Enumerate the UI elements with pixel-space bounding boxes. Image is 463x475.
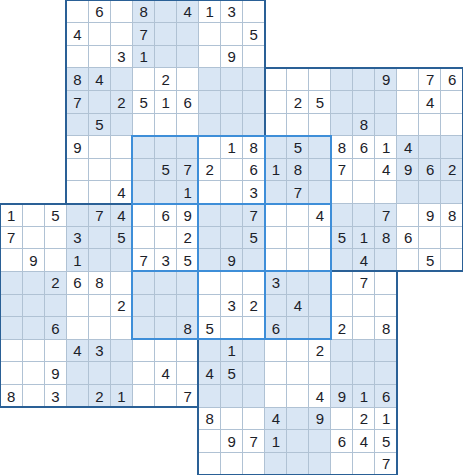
cell-r8-c11[interactable]: 3 (243, 181, 266, 204)
cell-r11-c0[interactable] (0, 249, 23, 272)
cell-r10-c0[interactable]: 7 (0, 226, 23, 249)
cell-r13-c5[interactable]: 2 (110, 294, 133, 317)
cell-r8-c6[interactable] (132, 181, 155, 204)
cell-r7-c8[interactable]: 7 (176, 158, 199, 181)
cell-r1-c11[interactable]: 5 (243, 23, 266, 46)
cell-r2-c4[interactable] (88, 45, 111, 68)
cell-r5-c17[interactable] (375, 113, 398, 136)
cell-r4-c14[interactable]: 5 (309, 90, 332, 113)
cell-r13-c1[interactable] (22, 294, 45, 317)
cell-r6-c16[interactable]: 6 (353, 136, 376, 159)
cell-r20-c12[interactable] (265, 452, 288, 475)
cell-r20-c9[interactable] (198, 452, 221, 475)
cell-r11-c10[interactable]: 9 (220, 249, 243, 272)
cell-r10-c13[interactable] (287, 226, 310, 249)
cell-r11-c11[interactable] (243, 249, 266, 272)
cell-r6-c3[interactable]: 9 (66, 136, 89, 159)
cell-r14-c13[interactable] (287, 317, 310, 340)
cell-r5-c15[interactable] (331, 113, 354, 136)
cell-r9-c3[interactable] (66, 204, 89, 227)
cell-r2-c11[interactable] (243, 45, 266, 68)
cell-r15-c7[interactable] (154, 339, 177, 362)
cell-r16-c4[interactable] (88, 362, 111, 385)
cell-r8-c5[interactable]: 4 (110, 181, 133, 204)
cell-r10-c7[interactable] (154, 226, 177, 249)
cell-r6-c20[interactable] (441, 136, 463, 159)
cell-r14-c7[interactable] (154, 317, 177, 340)
cell-r11-c14[interactable] (309, 249, 332, 272)
cell-r16-c16[interactable] (353, 362, 376, 385)
cell-r16-c12[interactable] (265, 362, 288, 385)
cell-r10-c9[interactable] (198, 226, 221, 249)
cell-r9-c11[interactable]: 7 (243, 204, 266, 227)
cell-r14-c15[interactable]: 2 (331, 317, 354, 340)
cell-r12-c16[interactable]: 7 (353, 271, 376, 294)
cell-r2-c8[interactable] (176, 45, 199, 68)
cell-r6-c18[interactable]: 4 (397, 136, 420, 159)
cell-r9-c13[interactable] (287, 204, 310, 227)
cell-r4-c16[interactable] (353, 90, 376, 113)
cell-r13-c16[interactable] (353, 294, 376, 317)
cell-r7-c14[interactable] (309, 158, 332, 181)
cell-r1-c7[interactable] (154, 23, 177, 46)
cell-r1-c5[interactable] (110, 23, 133, 46)
cell-r9-c7[interactable]: 6 (154, 204, 177, 227)
cell-r1-c4[interactable] (88, 23, 111, 46)
cell-r4-c11[interactable] (243, 90, 266, 113)
cell-r12-c7[interactable] (154, 271, 177, 294)
cell-r20-c15[interactable] (331, 452, 354, 475)
cell-r9-c8[interactable]: 9 (176, 204, 199, 227)
cell-r13-c3[interactable] (66, 294, 89, 317)
cell-r8-c9[interactable] (198, 181, 221, 204)
cell-r12-c2[interactable]: 2 (44, 271, 67, 294)
cell-r12-c6[interactable] (132, 271, 155, 294)
cell-r14-c0[interactable] (0, 317, 23, 340)
cell-r9-c17[interactable]: 7 (375, 204, 398, 227)
cell-r11-c4[interactable] (88, 249, 111, 272)
cell-r17-c11[interactable] (243, 385, 266, 408)
cell-r8-c17[interactable] (375, 181, 398, 204)
cell-r7-c7[interactable]: 5 (154, 158, 177, 181)
cell-r17-c6[interactable] (132, 385, 155, 408)
cell-r4-c4[interactable] (88, 90, 111, 113)
cell-r5-c8[interactable] (176, 113, 199, 136)
cell-r13-c12[interactable] (265, 294, 288, 317)
cell-r11-c2[interactable] (44, 249, 67, 272)
cell-r19-c17[interactable]: 5 (375, 430, 398, 453)
cell-r3-c15[interactable] (331, 68, 354, 91)
cell-r11-c20[interactable] (441, 249, 463, 272)
cell-r17-c7[interactable] (154, 385, 177, 408)
cell-r15-c8[interactable] (176, 339, 199, 362)
cell-r9-c10[interactable] (220, 204, 243, 227)
cell-r18-c16[interactable]: 2 (353, 407, 376, 430)
cell-r7-c10[interactable] (220, 158, 243, 181)
cell-r12-c10[interactable] (220, 271, 243, 294)
cell-r5-c14[interactable] (309, 113, 332, 136)
cell-r17-c2[interactable]: 3 (44, 385, 67, 408)
cell-r9-c2[interactable]: 5 (44, 204, 67, 227)
cell-r0-c11[interactable] (243, 0, 266, 23)
cell-r1-c8[interactable] (176, 23, 199, 46)
cell-r17-c3[interactable] (66, 385, 89, 408)
cell-r16-c6[interactable] (132, 362, 155, 385)
cell-r7-c17[interactable]: 4 (375, 158, 398, 181)
cell-r10-c17[interactable]: 8 (375, 226, 398, 249)
cell-r20-c11[interactable] (243, 452, 266, 475)
cell-r8-c16[interactable] (353, 181, 376, 204)
cell-r13-c0[interactable] (0, 294, 23, 317)
cell-r12-c15[interactable] (331, 271, 354, 294)
cell-r5-c6[interactable] (132, 113, 155, 136)
cell-r9-c9[interactable] (198, 204, 221, 227)
cell-r3-c7[interactable]: 2 (154, 68, 177, 91)
cell-r0-c9[interactable]: 1 (198, 0, 221, 23)
cell-r12-c17[interactable] (375, 271, 398, 294)
cell-r14-c1[interactable] (22, 317, 45, 340)
cell-r15-c13[interactable] (287, 339, 310, 362)
cell-r1-c10[interactable] (220, 23, 243, 46)
cell-r10-c2[interactable] (44, 226, 67, 249)
cell-r18-c11[interactable] (243, 407, 266, 430)
cell-r1-c6[interactable]: 7 (132, 23, 155, 46)
cell-r7-c9[interactable]: 2 (198, 158, 221, 181)
cell-r5-c18[interactable] (397, 113, 420, 136)
cell-r17-c0[interactable]: 8 (0, 385, 23, 408)
cell-r3-c19[interactable]: 7 (419, 68, 442, 91)
cell-r15-c12[interactable] (265, 339, 288, 362)
cell-r7-c6[interactable] (132, 158, 155, 181)
cell-r15-c17[interactable] (375, 339, 398, 362)
cell-r15-c4[interactable]: 3 (88, 339, 111, 362)
cell-r10-c11[interactable]: 5 (243, 226, 266, 249)
cell-r16-c3[interactable] (66, 362, 89, 385)
cell-r19-c16[interactable]: 4 (353, 430, 376, 453)
cell-r13-c11[interactable]: 2 (243, 294, 266, 317)
cell-r18-c13[interactable] (287, 407, 310, 430)
cell-r8-c20[interactable] (441, 181, 463, 204)
cell-r3-c8[interactable] (176, 68, 199, 91)
cell-r15-c15[interactable] (331, 339, 354, 362)
cell-r15-c14[interactable]: 2 (309, 339, 332, 362)
cell-r10-c3[interactable]: 3 (66, 226, 89, 249)
cell-r13-c15[interactable] (331, 294, 354, 317)
cell-r13-c8[interactable] (176, 294, 199, 317)
cell-r16-c15[interactable] (331, 362, 354, 385)
cell-r14-c11[interactable] (243, 317, 266, 340)
cell-r16-c1[interactable] (22, 362, 45, 385)
cell-r16-c10[interactable]: 5 (220, 362, 243, 385)
cell-r19-c10[interactable]: 9 (220, 430, 243, 453)
cell-r4-c12[interactable] (265, 90, 288, 113)
cell-r18-c9[interactable]: 8 (198, 407, 221, 430)
cell-r6-c5[interactable] (110, 136, 133, 159)
cell-r4-c10[interactable] (220, 90, 243, 113)
cell-r9-c19[interactable]: 9 (419, 204, 442, 227)
cell-r17-c1[interactable] (22, 385, 45, 408)
cell-r5-c12[interactable] (265, 113, 288, 136)
cell-r6-c13[interactable]: 5 (287, 136, 310, 159)
cell-r20-c10[interactable] (220, 452, 243, 475)
cell-r6-c14[interactable] (309, 136, 332, 159)
cell-r12-c13[interactable] (287, 271, 310, 294)
cell-r11-c19[interactable]: 5 (419, 249, 442, 272)
cell-r6-c15[interactable]: 8 (331, 136, 354, 159)
cell-r7-c13[interactable]: 8 (287, 158, 310, 181)
cell-r1-c9[interactable] (198, 23, 221, 46)
cell-r10-c1[interactable] (22, 226, 45, 249)
cell-r6-c19[interactable] (419, 136, 442, 159)
cell-r16-c13[interactable] (287, 362, 310, 385)
cell-r20-c16[interactable] (353, 452, 376, 475)
cell-r4-c3[interactable]: 7 (66, 90, 89, 113)
cell-r12-c0[interactable] (0, 271, 23, 294)
cell-r17-c4[interactable]: 2 (88, 385, 111, 408)
cell-r3-c10[interactable] (220, 68, 243, 91)
cell-r4-c15[interactable] (331, 90, 354, 113)
cell-r9-c14[interactable]: 4 (309, 204, 332, 227)
cell-r3-c20[interactable]: 6 (441, 68, 463, 91)
cell-r11-c9[interactable] (198, 249, 221, 272)
cell-r0-c4[interactable]: 6 (88, 0, 111, 23)
cell-r11-c15[interactable] (331, 249, 354, 272)
cell-r13-c6[interactable] (132, 294, 155, 317)
cell-r12-c5[interactable] (110, 271, 133, 294)
cell-r8-c19[interactable] (419, 181, 442, 204)
cell-r6-c8[interactable] (176, 136, 199, 159)
cell-r15-c5[interactable] (110, 339, 133, 362)
cell-r10-c15[interactable]: 5 (331, 226, 354, 249)
cell-r3-c17[interactable]: 9 (375, 68, 398, 91)
cell-r9-c20[interactable]: 8 (441, 204, 463, 227)
cell-r11-c18[interactable] (397, 249, 420, 272)
cell-r14-c14[interactable] (309, 317, 332, 340)
cell-r10-c8[interactable]: 2 (176, 226, 199, 249)
cell-r3-c5[interactable] (110, 68, 133, 91)
cell-r19-c9[interactable] (198, 430, 221, 453)
cell-r3-c11[interactable] (243, 68, 266, 91)
cell-r12-c9[interactable] (198, 271, 221, 294)
cell-r7-c5[interactable] (110, 158, 133, 181)
cell-r14-c8[interactable]: 8 (176, 317, 199, 340)
cell-r2-c6[interactable]: 1 (132, 45, 155, 68)
cell-r17-c10[interactable] (220, 385, 243, 408)
cell-r5-c9[interactable] (198, 113, 221, 136)
cell-r10-c5[interactable]: 5 (110, 226, 133, 249)
cell-r10-c14[interactable] (309, 226, 332, 249)
cell-r17-c8[interactable]: 7 (176, 385, 199, 408)
cell-r18-c14[interactable]: 9 (309, 407, 332, 430)
cell-r10-c19[interactable] (419, 226, 442, 249)
cell-r19-c12[interactable]: 1 (265, 430, 288, 453)
cell-r5-c13[interactable] (287, 113, 310, 136)
cell-r16-c0[interactable] (0, 362, 23, 385)
cell-r7-c12[interactable]: 1 (265, 158, 288, 181)
cell-r3-c13[interactable] (287, 68, 310, 91)
cell-r4-c6[interactable]: 5 (132, 90, 155, 113)
cell-r5-c10[interactable] (220, 113, 243, 136)
cell-r13-c17[interactable] (375, 294, 398, 317)
cell-r7-c18[interactable]: 9 (397, 158, 420, 181)
cell-r5-c7[interactable] (154, 113, 177, 136)
cell-r8-c13[interactable]: 7 (287, 181, 310, 204)
cell-r12-c4[interactable]: 8 (88, 271, 111, 294)
cell-r15-c3[interactable]: 4 (66, 339, 89, 362)
cell-r6-c12[interactable] (265, 136, 288, 159)
cell-r15-c16[interactable] (353, 339, 376, 362)
cell-r15-c2[interactable] (44, 339, 67, 362)
cell-r6-c4[interactable] (88, 136, 111, 159)
cell-r11-c1[interactable]: 9 (22, 249, 45, 272)
cell-r3-c3[interactable]: 8 (66, 68, 89, 91)
cell-r17-c14[interactable]: 4 (309, 385, 332, 408)
cell-r15-c0[interactable] (0, 339, 23, 362)
cell-r5-c4[interactable]: 5 (88, 113, 111, 136)
cell-r17-c9[interactable] (198, 385, 221, 408)
cell-r17-c13[interactable] (287, 385, 310, 408)
cell-r0-c3[interactable] (66, 0, 89, 23)
cell-r19-c13[interactable] (287, 430, 310, 453)
cell-r11-c16[interactable]: 4 (353, 249, 376, 272)
cell-r3-c9[interactable] (198, 68, 221, 91)
cell-r15-c10[interactable]: 1 (220, 339, 243, 362)
cell-r9-c12[interactable] (265, 204, 288, 227)
cell-r6-c7[interactable] (154, 136, 177, 159)
cell-r9-c0[interactable]: 1 (0, 204, 23, 227)
cell-r10-c16[interactable]: 1 (353, 226, 376, 249)
cell-r7-c19[interactable]: 6 (419, 158, 442, 181)
cell-r10-c18[interactable]: 6 (397, 226, 420, 249)
cell-r0-c8[interactable]: 4 (176, 0, 199, 23)
cell-r7-c16[interactable] (353, 158, 376, 181)
cell-r5-c20[interactable] (441, 113, 463, 136)
cell-r17-c17[interactable]: 6 (375, 385, 398, 408)
cell-r6-c10[interactable]: 1 (220, 136, 243, 159)
cell-r16-c5[interactable] (110, 362, 133, 385)
cell-r16-c14[interactable] (309, 362, 332, 385)
cell-r16-c8[interactable] (176, 362, 199, 385)
cell-r8-c18[interactable] (397, 181, 420, 204)
cell-r4-c13[interactable]: 2 (287, 90, 310, 113)
cell-r18-c10[interactable] (220, 407, 243, 430)
cell-r12-c14[interactable] (309, 271, 332, 294)
cell-r11-c7[interactable]: 3 (154, 249, 177, 272)
cell-r7-c4[interactable] (88, 158, 111, 181)
cell-r10-c10[interactable] (220, 226, 243, 249)
cell-r16-c9[interactable]: 4 (198, 362, 221, 385)
cell-r0-c6[interactable]: 8 (132, 0, 155, 23)
cell-r13-c4[interactable] (88, 294, 111, 317)
cell-r14-c3[interactable] (66, 317, 89, 340)
cell-r13-c9[interactable] (198, 294, 221, 317)
cell-r12-c3[interactable]: 6 (66, 271, 89, 294)
cell-r17-c5[interactable]: 1 (110, 385, 133, 408)
cell-r9-c15[interactable] (331, 204, 354, 227)
cell-r16-c17[interactable] (375, 362, 398, 385)
cell-r0-c7[interactable] (154, 0, 177, 23)
cell-r15-c9[interactable] (198, 339, 221, 362)
cell-r4-c17[interactable] (375, 90, 398, 113)
cell-r2-c7[interactable] (154, 45, 177, 68)
cell-r17-c15[interactable]: 9 (331, 385, 354, 408)
cell-r13-c13[interactable]: 4 (287, 294, 310, 317)
cell-r7-c20[interactable]: 2 (441, 158, 463, 181)
cell-r2-c3[interactable] (66, 45, 89, 68)
cell-r9-c6[interactable] (132, 204, 155, 227)
cell-r10-c6[interactable] (132, 226, 155, 249)
cell-r0-c10[interactable]: 3 (220, 0, 243, 23)
cell-r11-c8[interactable]: 5 (176, 249, 199, 272)
cell-r4-c9[interactable] (198, 90, 221, 113)
cell-r3-c14[interactable] (309, 68, 332, 91)
cell-r10-c12[interactable] (265, 226, 288, 249)
cell-r3-c12[interactable] (265, 68, 288, 91)
cell-r4-c5[interactable]: 2 (110, 90, 133, 113)
cell-r4-c8[interactable]: 6 (176, 90, 199, 113)
cell-r8-c12[interactable] (265, 181, 288, 204)
cell-r14-c12[interactable]: 6 (265, 317, 288, 340)
cell-r12-c11[interactable] (243, 271, 266, 294)
cell-r8-c10[interactable] (220, 181, 243, 204)
cell-r4-c18[interactable] (397, 90, 420, 113)
cell-r2-c10[interactable]: 9 (220, 45, 243, 68)
cell-r20-c13[interactable] (287, 452, 310, 475)
cell-r9-c16[interactable] (353, 204, 376, 227)
cell-r11-c12[interactable] (265, 249, 288, 272)
cell-r3-c6[interactable] (132, 68, 155, 91)
cell-r6-c11[interactable]: 8 (243, 136, 266, 159)
cell-r13-c2[interactable] (44, 294, 67, 317)
cell-r20-c17[interactable]: 7 (375, 452, 398, 475)
cell-r13-c10[interactable]: 3 (220, 294, 243, 317)
cell-r11-c17[interactable] (375, 249, 398, 272)
cell-r8-c7[interactable] (154, 181, 177, 204)
cell-r12-c1[interactable] (22, 271, 45, 294)
cell-r14-c5[interactable] (110, 317, 133, 340)
cell-r8-c14[interactable] (309, 181, 332, 204)
cell-r15-c11[interactable] (243, 339, 266, 362)
cell-r6-c6[interactable] (132, 136, 155, 159)
cell-r4-c20[interactable] (441, 90, 463, 113)
cell-r10-c4[interactable] (88, 226, 111, 249)
cell-r19-c11[interactable]: 7 (243, 430, 266, 453)
cell-r14-c6[interactable] (132, 317, 155, 340)
cell-r18-c15[interactable] (331, 407, 354, 430)
cell-r3-c16[interactable] (353, 68, 376, 91)
cell-r10-c20[interactable] (441, 226, 463, 249)
cell-r18-c12[interactable]: 4 (265, 407, 288, 430)
cell-r3-c4[interactable]: 4 (88, 68, 111, 91)
cell-r5-c5[interactable] (110, 113, 133, 136)
cell-r14-c2[interactable]: 6 (44, 317, 67, 340)
cell-r19-c14[interactable] (309, 430, 332, 453)
cell-r14-c9[interactable]: 5 (198, 317, 221, 340)
cell-r13-c14[interactable] (309, 294, 332, 317)
cell-r18-c17[interactable]: 1 (375, 407, 398, 430)
cell-r19-c15[interactable]: 6 (331, 430, 354, 453)
cell-r9-c4[interactable]: 7 (88, 204, 111, 227)
cell-r2-c5[interactable]: 3 (110, 45, 133, 68)
cell-r11-c5[interactable] (110, 249, 133, 272)
cell-r15-c1[interactable] (22, 339, 45, 362)
cell-r13-c7[interactable] (154, 294, 177, 317)
cell-r12-c8[interactable] (176, 271, 199, 294)
cell-r4-c7[interactable]: 1 (154, 90, 177, 113)
cell-r14-c16[interactable] (353, 317, 376, 340)
cell-r5-c19[interactable] (419, 113, 442, 136)
cell-r6-c17[interactable]: 1 (375, 136, 398, 159)
